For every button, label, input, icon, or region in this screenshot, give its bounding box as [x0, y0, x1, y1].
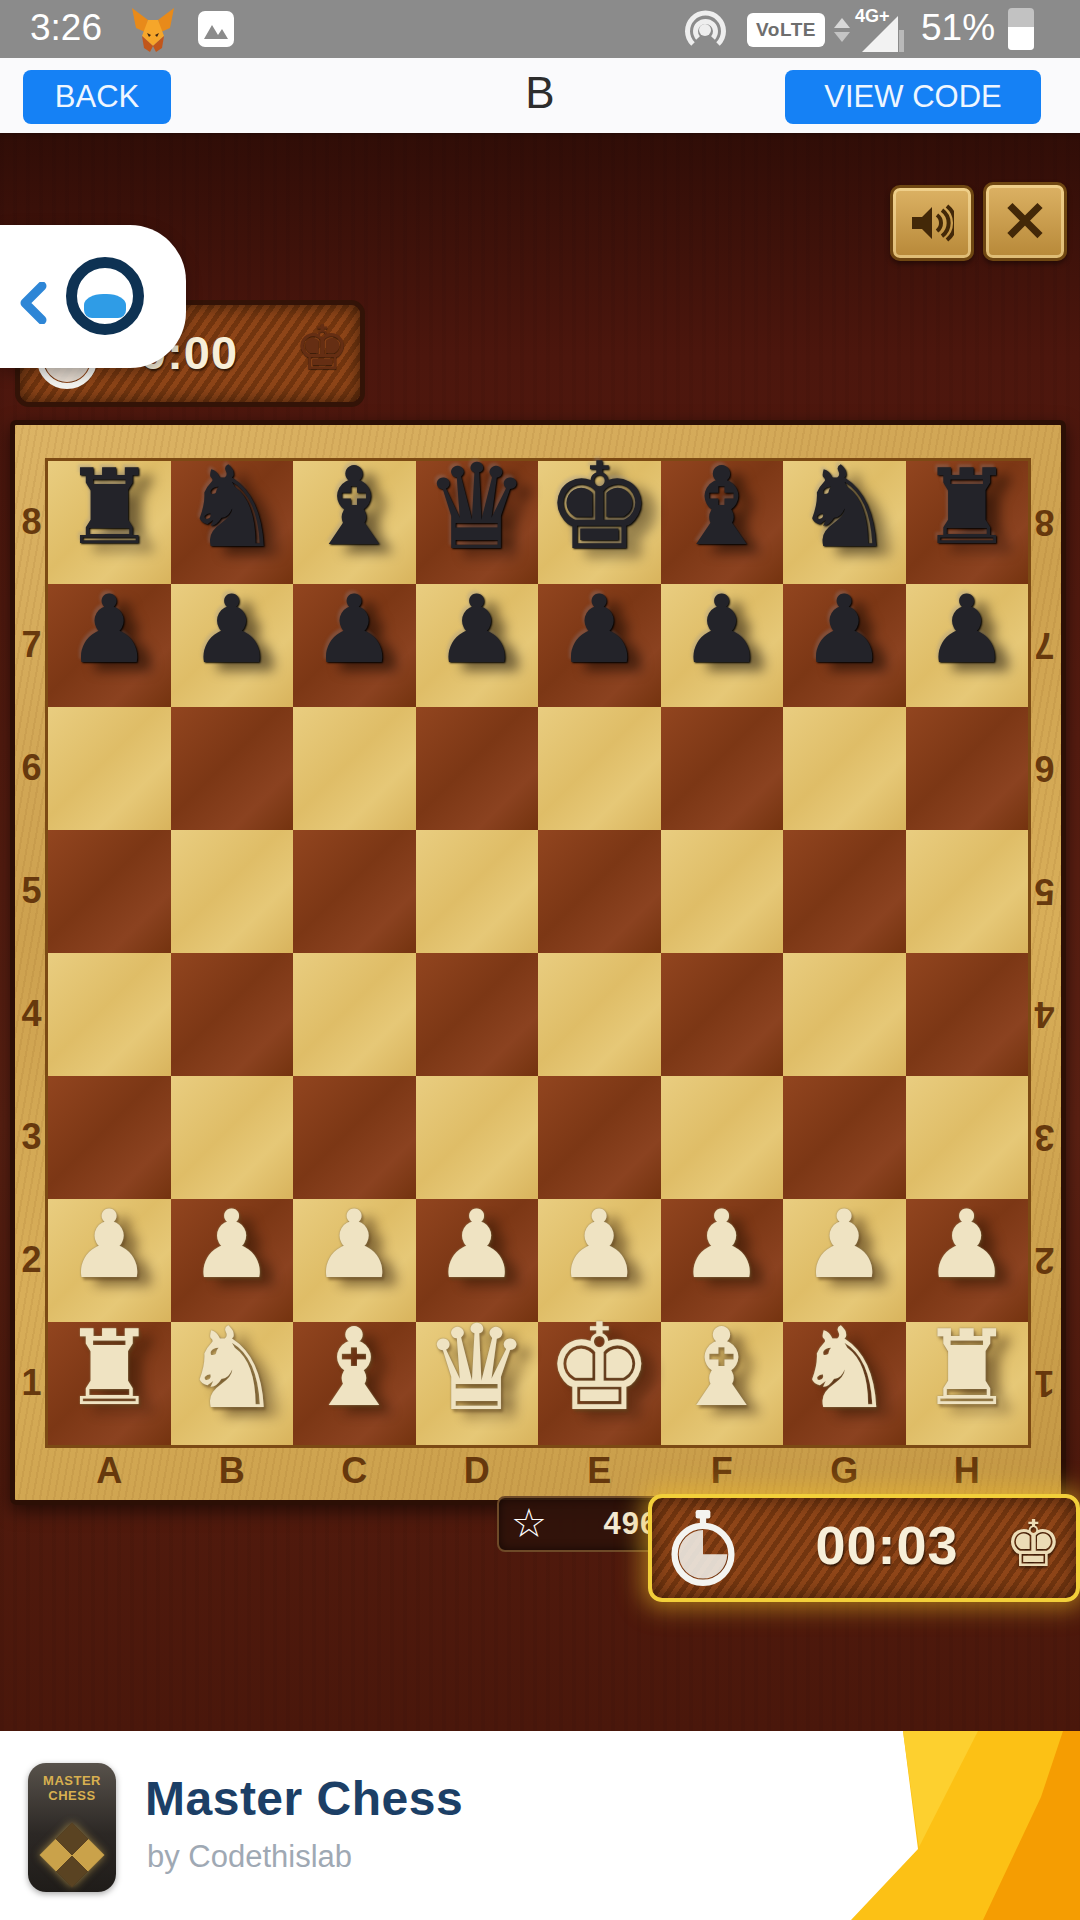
square-a3[interactable]	[48, 1076, 171, 1199]
chess-board: ♜♞♝♛♚♝♞♜♟♟♟♟♟♟♟♟♟♟♟♟♟♟♟♟♜♞♝♛♚♝♞♜ 8877665…	[10, 420, 1066, 1505]
piece-black-pawn-d7[interactable]: ♟	[416, 568, 539, 691]
piece-white-knight-b1[interactable]: ♞	[171, 1306, 294, 1429]
app-bar: B BACK VIEW CODE	[0, 58, 1080, 133]
fox-notification-icon	[128, 6, 178, 54]
piece-white-pawn-g2[interactable]: ♟	[783, 1183, 906, 1306]
signal-icon	[860, 16, 904, 52]
rank-label-left-3: 3	[15, 1116, 48, 1158]
square-h5[interactable]	[906, 830, 1029, 953]
piece-white-rook-a1[interactable]: ♜	[48, 1306, 171, 1429]
piece-black-bishop-c8[interactable]: ♝	[293, 445, 416, 568]
piece-black-knight-b8[interactable]: ♞	[171, 445, 294, 568]
rank-label-right-4: 4	[1028, 993, 1061, 1035]
app-title: Master Chess	[145, 1771, 463, 1826]
square-e4[interactable]	[538, 953, 661, 1076]
piece-white-pawn-e2[interactable]: ♟	[538, 1183, 661, 1306]
square-e6[interactable]	[538, 707, 661, 830]
piece-black-rook-h8[interactable]: ♜	[906, 445, 1029, 568]
volte-badge: VoLTE	[747, 13, 825, 47]
square-e3[interactable]	[538, 1076, 661, 1199]
square-c6[interactable]	[293, 707, 416, 830]
sound-button[interactable]	[890, 185, 974, 261]
master-chess-app-icon[interactable]: MASTER CHESS	[28, 1763, 116, 1892]
rank-label-right-7: 7	[1028, 624, 1061, 666]
file-label-h: H	[906, 1445, 1029, 1500]
square-a4[interactable]	[48, 953, 171, 1076]
hotspot-icon	[683, 8, 728, 52]
piece-white-pawn-a2[interactable]: ♟	[48, 1183, 171, 1306]
square-f5[interactable]	[661, 830, 784, 953]
piece-black-pawn-h7[interactable]: ♟	[906, 568, 1029, 691]
rank-label-right-6: 6	[1028, 747, 1061, 789]
rank-label-left-8: 8	[15, 501, 48, 543]
piece-black-pawn-a7[interactable]: ♟	[48, 568, 171, 691]
square-c4[interactable]	[293, 953, 416, 1076]
piece-white-rook-h1[interactable]: ♜	[906, 1306, 1029, 1429]
chevron-left-icon[interactable]	[18, 282, 48, 328]
file-label-a: A	[48, 1445, 171, 1500]
square-f3[interactable]	[661, 1076, 784, 1199]
square-b4[interactable]	[171, 953, 294, 1076]
square-d3[interactable]	[416, 1076, 539, 1199]
file-label-g: G	[783, 1445, 906, 1500]
square-a6[interactable]	[48, 707, 171, 830]
piece-black-pawn-b7[interactable]: ♟	[171, 568, 294, 691]
app-icon-board-graphic	[39, 1822, 104, 1887]
square-h6[interactable]	[906, 707, 1029, 830]
floating-overlay[interactable]	[0, 225, 186, 368]
speaker-icon	[910, 203, 954, 243]
rank-label-right-1: 1	[1028, 1362, 1061, 1404]
rank-label-left-2: 2	[15, 1239, 48, 1281]
phone-screen: 3:26 VoLTE	[0, 0, 1080, 1920]
view-code-button[interactable]: VIEW CODE	[785, 70, 1041, 124]
rank-label-right-2: 2	[1028, 1239, 1061, 1281]
square-g3[interactable]	[783, 1076, 906, 1199]
square-b3[interactable]	[171, 1076, 294, 1199]
updown-arrows-icon	[834, 18, 852, 44]
star-icon: ☆	[511, 1500, 547, 1546]
close-button[interactable]: ✕	[983, 182, 1067, 261]
app-icon-text-1: MASTER	[28, 1773, 116, 1788]
piece-white-knight-g1[interactable]: ♞	[783, 1306, 906, 1429]
square-b6[interactable]	[171, 707, 294, 830]
white-timer-value: 00:03	[782, 1514, 992, 1576]
piece-white-bishop-c1[interactable]: ♝	[293, 1306, 416, 1429]
gallery-notification-icon	[198, 11, 234, 47]
square-h3[interactable]	[906, 1076, 1029, 1199]
square-d6[interactable]	[416, 707, 539, 830]
piece-black-queen-d8[interactable]: ♛	[416, 445, 539, 568]
app-footer: MASTER CHESS Master Chess by Codethislab	[0, 1731, 1080, 1920]
battery-icon	[1008, 8, 1034, 50]
square-a5[interactable]	[48, 830, 171, 953]
white-timer-panel: 00:03 ♚	[648, 1494, 1080, 1602]
rank-label-left-7: 7	[15, 624, 48, 666]
rank-label-left-4: 4	[15, 993, 48, 1035]
square-g6[interactable]	[783, 707, 906, 830]
file-label-c: C	[293, 1445, 416, 1500]
logo-bowl-shape	[84, 294, 126, 318]
piece-white-pawn-d2[interactable]: ♟	[416, 1183, 539, 1306]
piece-black-pawn-e7[interactable]: ♟	[538, 568, 661, 691]
battery-percent: 51%	[921, 7, 995, 49]
file-label-e: E	[538, 1445, 661, 1500]
rank-label-right-3: 3	[1028, 1116, 1061, 1158]
square-g5[interactable]	[783, 830, 906, 953]
square-c5[interactable]	[293, 830, 416, 953]
rank-label-left-6: 6	[15, 747, 48, 789]
stopwatch-icon	[666, 1508, 740, 1592]
piece-black-knight-g8[interactable]: ♞	[783, 445, 906, 568]
piece-black-rook-a8[interactable]: ♜	[48, 445, 171, 568]
piece-white-queen-d1[interactable]: ♛	[416, 1306, 539, 1429]
square-f4[interactable]	[661, 953, 784, 1076]
piece-black-bishop-f8[interactable]: ♝	[661, 445, 784, 568]
square-c3[interactable]	[293, 1076, 416, 1199]
white-king-icon: ♚	[1005, 1512, 1062, 1576]
clock-time: 3:26	[30, 7, 102, 49]
piece-black-pawn-g7[interactable]: ♟	[783, 568, 906, 691]
piece-black-pawn-c7[interactable]: ♟	[293, 568, 416, 691]
app-publisher: by Codethislab	[147, 1839, 352, 1875]
rank-label-left-1: 1	[15, 1362, 48, 1404]
overlay-logo-icon[interactable]	[66, 257, 144, 335]
square-f6[interactable]	[661, 707, 784, 830]
file-label-b: B	[171, 1445, 294, 1500]
status-bar: 3:26 VoLTE	[0, 0, 1080, 58]
square-g4[interactable]	[783, 953, 906, 1076]
piece-white-pawn-c2[interactable]: ♟	[293, 1183, 416, 1306]
rank-label-right-5: 5	[1028, 870, 1061, 912]
piece-white-pawn-h2[interactable]: ♟	[906, 1183, 1029, 1306]
file-label-d: D	[416, 1445, 539, 1500]
piece-black-king-e8[interactable]: ♚	[538, 445, 661, 568]
piece-white-pawn-f2[interactable]: ♟	[661, 1183, 784, 1306]
close-icon: ✕	[1002, 189, 1049, 254]
square-d4[interactable]	[416, 953, 539, 1076]
app-icon-text-2: CHESS	[28, 1788, 116, 1803]
square-h4[interactable]	[906, 953, 1029, 1076]
rank-label-left-5: 5	[15, 870, 48, 912]
square-d5[interactable]	[416, 830, 539, 953]
piece-white-king-e1[interactable]: ♚	[538, 1306, 661, 1429]
piece-white-pawn-b2[interactable]: ♟	[171, 1183, 294, 1306]
file-label-f: F	[661, 1445, 784, 1500]
black-king-icon: ♚	[294, 317, 350, 379]
rank-label-right-8: 8	[1028, 501, 1061, 543]
back-button[interactable]: BACK	[23, 70, 171, 124]
square-e5[interactable]	[538, 830, 661, 953]
piece-white-bishop-f1[interactable]: ♝	[661, 1306, 784, 1429]
piece-black-pawn-f7[interactable]: ♟	[661, 568, 784, 691]
square-b5[interactable]	[171, 830, 294, 953]
